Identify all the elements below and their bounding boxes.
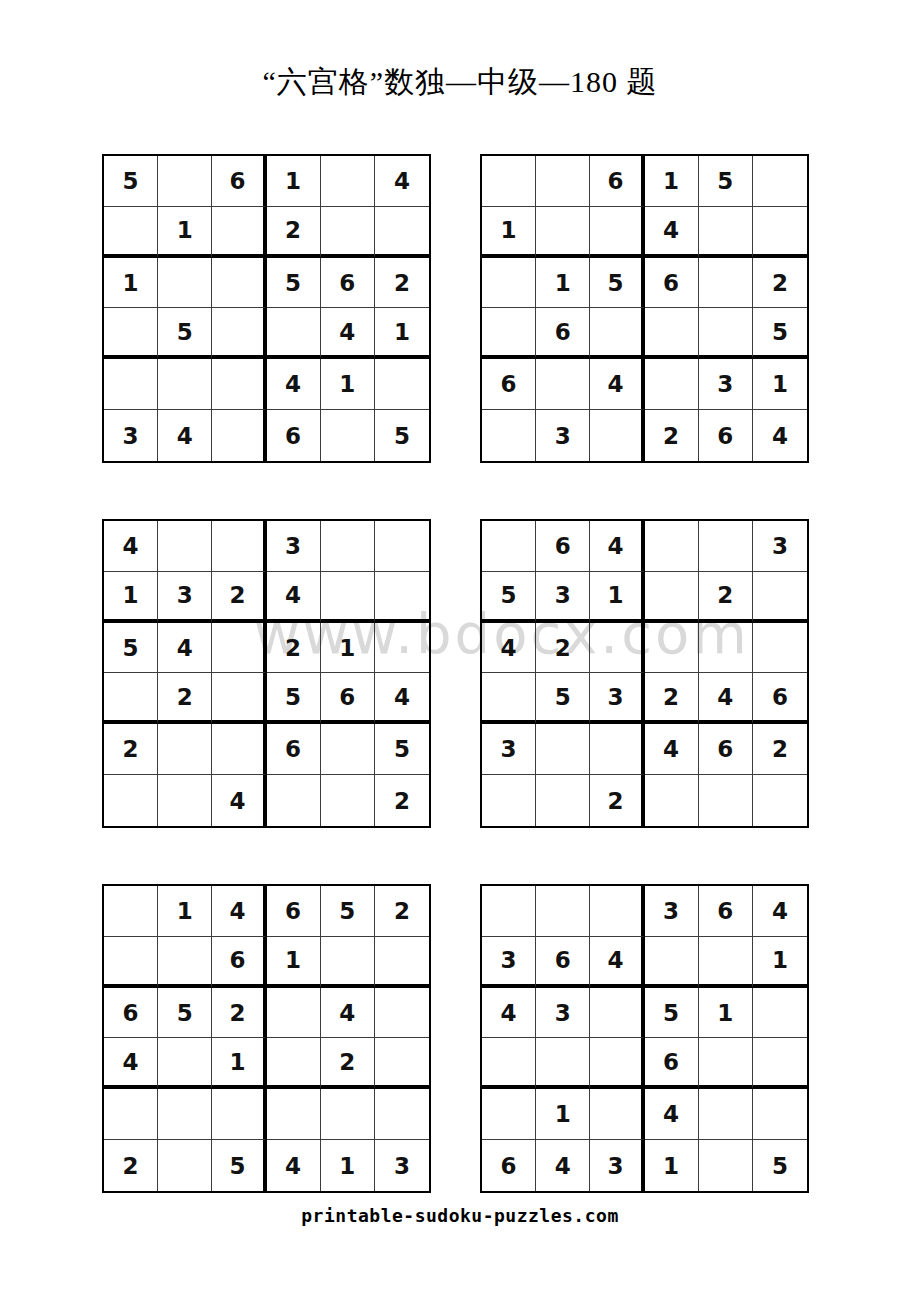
puzzle-2-cell-r5c1: 6 <box>482 359 536 410</box>
puzzle-1-cell-r5c6 <box>375 359 429 410</box>
puzzle-6-cell-r3c5: 1 <box>699 988 753 1039</box>
sudoku-grid-4: 6435312425324634622 <box>480 519 809 828</box>
puzzle-2-cell-r5c4 <box>645 359 699 410</box>
puzzle-1-cell-r6c6: 5 <box>375 410 429 461</box>
puzzle-5-cell-r6c6: 3 <box>375 1140 429 1191</box>
puzzle-2-cell-r2c1: 1 <box>482 207 536 258</box>
puzzle-3-cell-r2c3: 2 <box>212 572 266 623</box>
puzzle-6-cell-r3c3 <box>590 988 644 1039</box>
puzzle-3-cell-r3c5: 1 <box>321 623 375 674</box>
puzzle-6-cell-r6c1: 6 <box>482 1140 536 1191</box>
puzzle-3-cell-r6c2 <box>158 775 212 826</box>
puzzle-1-cell-r4c6: 1 <box>375 308 429 359</box>
puzzle-3-cell-r2c4: 4 <box>267 572 321 623</box>
puzzle-4-cell-r3c4 <box>645 623 699 674</box>
puzzle-5-cell-r5c1 <box>104 1089 158 1140</box>
puzzle-1-cell-r1c5 <box>321 156 375 207</box>
sudoku-grid-6: 3643641435161464315 <box>480 884 809 1193</box>
puzzle-2-cell-r5c6: 1 <box>753 359 807 410</box>
puzzle-1-cell-r2c1 <box>104 207 158 258</box>
puzzle-5-cell-r2c2 <box>158 937 212 988</box>
puzzle-1-cell-r2c2: 1 <box>158 207 212 258</box>
puzzle-4-cell-r6c4 <box>645 775 699 826</box>
puzzle-4-cell-r6c6 <box>753 775 807 826</box>
puzzle-2-cell-r6c3 <box>590 410 644 461</box>
puzzle-3-cell-r4c2: 2 <box>158 673 212 724</box>
puzzle-5-cell-r1c6: 2 <box>375 886 429 937</box>
puzzle-4-cell-r6c2 <box>536 775 590 826</box>
puzzle-1-cell-r5c2 <box>158 359 212 410</box>
puzzle-4-cell-r2c4 <box>645 572 699 623</box>
puzzle-6-cell-r2c2: 6 <box>536 937 590 988</box>
puzzle-5-cell-r6c5: 1 <box>321 1140 375 1191</box>
puzzle-5-cell-r2c1 <box>104 937 158 988</box>
puzzle-5-cell-r5c2 <box>158 1089 212 1140</box>
puzzle-3-cell-r4c1 <box>104 673 158 724</box>
puzzle-1-cell-r3c5: 6 <box>321 258 375 309</box>
puzzle-3-cell-r3c6 <box>375 623 429 674</box>
puzzle-5-cell-r4c2 <box>158 1038 212 1089</box>
puzzle-1-cell-r1c3: 6 <box>212 156 266 207</box>
puzzle-1-cell-r5c1 <box>104 359 158 410</box>
puzzle-4-cell-r4c1 <box>482 673 536 724</box>
puzzle-1-cell-r1c4: 1 <box>267 156 321 207</box>
puzzle-5-cell-r6c3: 5 <box>212 1140 266 1191</box>
puzzle-1-cell-r3c6: 2 <box>375 258 429 309</box>
puzzle-1-cell-r4c1 <box>104 308 158 359</box>
puzzle-1-cell-r2c6 <box>375 207 429 258</box>
puzzle-6-cell-r1c6: 4 <box>753 886 807 937</box>
puzzle-3-cell-r6c3: 4 <box>212 775 266 826</box>
puzzle-4-cell-r2c2: 3 <box>536 572 590 623</box>
puzzle-5-cell-r4c4 <box>267 1038 321 1089</box>
puzzle-6-cell-r1c1 <box>482 886 536 937</box>
puzzle-2-cell-r6c4: 2 <box>645 410 699 461</box>
puzzle-1-cell-r6c1: 3 <box>104 410 158 461</box>
puzzle-5-cell-r3c2: 5 <box>158 988 212 1039</box>
puzzle-1-cell-r5c5: 1 <box>321 359 375 410</box>
footer-site-url: printable-sudoku-puzzles.com <box>0 1205 920 1226</box>
puzzle-4-cell-r5c4: 4 <box>645 724 699 775</box>
puzzle-6-cell-r2c3: 4 <box>590 937 644 988</box>
puzzle-1-cell-r2c3 <box>212 207 266 258</box>
puzzle-6-cell-r5c4: 4 <box>645 1089 699 1140</box>
puzzle-6-cell-r4c1 <box>482 1038 536 1089</box>
puzzle-1-cell-r3c2 <box>158 258 212 309</box>
puzzle-4-cell-r5c2 <box>536 724 590 775</box>
puzzle-3-cell-r4c5: 6 <box>321 673 375 724</box>
puzzle-4-cell-r3c5 <box>699 623 753 674</box>
puzzle-6-cell-r6c4: 1 <box>645 1140 699 1191</box>
puzzle-5-cell-r4c6 <box>375 1038 429 1089</box>
puzzle-2-cell-r5c2 <box>536 359 590 410</box>
puzzle-4-cell-r1c5 <box>699 521 753 572</box>
puzzle-5-cell-r1c3: 4 <box>212 886 266 937</box>
puzzle-3-cell-r4c4: 5 <box>267 673 321 724</box>
puzzle-4-cell-r2c1: 5 <box>482 572 536 623</box>
puzzle-4-cell-r3c2: 2 <box>536 623 590 674</box>
puzzle-6-cell-r6c6: 5 <box>753 1140 807 1191</box>
puzzle-6-cell-r3c1: 4 <box>482 988 536 1039</box>
puzzle-5-cell-r1c4: 6 <box>267 886 321 937</box>
puzzle-4-cell-r1c1 <box>482 521 536 572</box>
puzzle-6-cell-r4c3 <box>590 1038 644 1089</box>
puzzle-2-cell-r6c6: 4 <box>753 410 807 461</box>
puzzle-2-cell-r2c2 <box>536 207 590 258</box>
page-title: “六宫格”数独—中级—180 题 <box>0 62 920 103</box>
puzzle-5-cell-r3c4 <box>267 988 321 1039</box>
puzzle-5-cell-r5c3 <box>212 1089 266 1140</box>
puzzle-1-cell-r1c6: 4 <box>375 156 429 207</box>
puzzle-2-cell-r3c2: 1 <box>536 258 590 309</box>
sudoku-grid-5: 1465261652441225413 <box>102 884 431 1193</box>
puzzle-3-cell-r6c4 <box>267 775 321 826</box>
puzzle-4-cell-r4c2: 5 <box>536 673 590 724</box>
puzzle-4-cell-r5c1: 3 <box>482 724 536 775</box>
puzzle-2-cell-r5c5: 3 <box>699 359 753 410</box>
sudoku-grid-1: 5614121562541413465 <box>102 154 431 463</box>
puzzle-2-cell-r6c1 <box>482 410 536 461</box>
puzzle-6-cell-r5c2: 1 <box>536 1089 590 1140</box>
puzzle-3-cell-r2c6 <box>375 572 429 623</box>
puzzle-3-cell-r6c5 <box>321 775 375 826</box>
puzzle-2-cell-r3c6: 2 <box>753 258 807 309</box>
puzzle-2-cell-r4c6: 5 <box>753 308 807 359</box>
puzzle-2-cell-r4c4 <box>645 308 699 359</box>
puzzle-2-cell-r2c3 <box>590 207 644 258</box>
puzzle-6-cell-r1c5: 6 <box>699 886 753 937</box>
puzzle-1-cell-r1c1: 5 <box>104 156 158 207</box>
puzzle-2-cell-r2c6 <box>753 207 807 258</box>
puzzle-2-cell-r1c1 <box>482 156 536 207</box>
puzzle-6-cell-r3c2: 3 <box>536 988 590 1039</box>
puzzle-2-cell-r2c4: 4 <box>645 207 699 258</box>
puzzle-3-cell-r2c5 <box>321 572 375 623</box>
puzzle-1-cell-r1c2 <box>158 156 212 207</box>
puzzle-5-cell-r5c5 <box>321 1089 375 1140</box>
puzzle-4-cell-r5c6: 2 <box>753 724 807 775</box>
puzzle-5-cell-r3c6 <box>375 988 429 1039</box>
puzzle-5-cell-r3c5: 4 <box>321 988 375 1039</box>
puzzle-3-cell-r4c6: 4 <box>375 673 429 724</box>
puzzle-3-cell-r5c5 <box>321 724 375 775</box>
puzzle-2-cell-r1c4: 1 <box>645 156 699 207</box>
puzzle-2-cell-r6c5: 6 <box>699 410 753 461</box>
puzzle-5-cell-r6c2 <box>158 1140 212 1191</box>
puzzle-4-cell-r4c6: 6 <box>753 673 807 724</box>
puzzle-2-cell-r3c3: 5 <box>590 258 644 309</box>
puzzle-2-cell-r4c1 <box>482 308 536 359</box>
puzzle-6-cell-r3c6 <box>753 988 807 1039</box>
puzzle-6-cell-r5c5 <box>699 1089 753 1140</box>
puzzle-2-cell-r3c1 <box>482 258 536 309</box>
puzzle-3-cell-r1c3 <box>212 521 266 572</box>
puzzle-1-cell-r3c4: 5 <box>267 258 321 309</box>
puzzle-1-cell-r4c2: 5 <box>158 308 212 359</box>
puzzle-1-cell-r2c4: 2 <box>267 207 321 258</box>
puzzle-5-cell-r2c5 <box>321 937 375 988</box>
puzzle-2-cell-r5c3: 4 <box>590 359 644 410</box>
puzzle-2-cell-r1c6 <box>753 156 807 207</box>
sudoku-grid-3: 4313245421256426542 <box>102 519 431 828</box>
puzzle-3-cell-r3c3 <box>212 623 266 674</box>
puzzle-4-cell-r5c3 <box>590 724 644 775</box>
puzzle-5-cell-r1c2: 1 <box>158 886 212 937</box>
puzzle-6-cell-r5c3 <box>590 1089 644 1140</box>
puzzle-6-cell-r1c2 <box>536 886 590 937</box>
puzzle-3-cell-r5c1: 2 <box>104 724 158 775</box>
puzzle-1-cell-r6c2: 4 <box>158 410 212 461</box>
puzzle-3-cell-r3c4: 2 <box>267 623 321 674</box>
puzzle-2-cell-r1c5: 5 <box>699 156 753 207</box>
puzzle-6-cell-r2c6: 1 <box>753 937 807 988</box>
puzzle-2-cell-r1c3: 6 <box>590 156 644 207</box>
puzzle-1-cell-r5c3 <box>212 359 266 410</box>
puzzle-1-cell-r2c5 <box>321 207 375 258</box>
puzzle-3-cell-r6c6: 2 <box>375 775 429 826</box>
puzzle-5-cell-r5c4 <box>267 1089 321 1140</box>
puzzle-4-cell-r1c4 <box>645 521 699 572</box>
puzzle-5-cell-r2c3: 6 <box>212 937 266 988</box>
puzzle-6-cell-r1c3 <box>590 886 644 937</box>
puzzle-6-cell-r2c5 <box>699 937 753 988</box>
puzzle-6-cell-r4c2 <box>536 1038 590 1089</box>
puzzle-4-cell-r6c1 <box>482 775 536 826</box>
puzzle-6-cell-r4c5 <box>699 1038 753 1089</box>
puzzle-3-cell-r5c4: 6 <box>267 724 321 775</box>
puzzle-1-cell-r6c3 <box>212 410 266 461</box>
puzzle-6-cell-r5c1 <box>482 1089 536 1140</box>
puzzle-4-cell-r4c4: 2 <box>645 673 699 724</box>
puzzle-4-cell-r2c5: 2 <box>699 572 753 623</box>
puzzle-1-cell-r6c5 <box>321 410 375 461</box>
puzzle-4-cell-r6c3: 2 <box>590 775 644 826</box>
puzzle-2-cell-r4c3 <box>590 308 644 359</box>
puzzle-6-cell-r2c1: 3 <box>482 937 536 988</box>
puzzle-1-cell-r4c5: 4 <box>321 308 375 359</box>
puzzle-3-cell-r5c3 <box>212 724 266 775</box>
puzzle-3-cell-r5c6: 5 <box>375 724 429 775</box>
puzzle-5-cell-r6c4: 4 <box>267 1140 321 1191</box>
puzzle-1-cell-r3c3 <box>212 258 266 309</box>
puzzle-2-cell-r1c2 <box>536 156 590 207</box>
puzzle-5-cell-r5c6 <box>375 1089 429 1140</box>
puzzle-4-cell-r2c6 <box>753 572 807 623</box>
puzzle-5-cell-r4c5: 2 <box>321 1038 375 1089</box>
puzzle-4-cell-r4c3: 3 <box>590 673 644 724</box>
puzzle-6-cell-r5c6 <box>753 1089 807 1140</box>
puzzle-1-cell-r5c4: 4 <box>267 359 321 410</box>
puzzle-5-cell-r1c1 <box>104 886 158 937</box>
puzzle-4-cell-r1c6: 3 <box>753 521 807 572</box>
puzzle-3-cell-r2c2: 3 <box>158 572 212 623</box>
puzzle-2-cell-r3c5 <box>699 258 753 309</box>
puzzle-6-cell-r1c4: 3 <box>645 886 699 937</box>
puzzle-2-cell-r2c5 <box>699 207 753 258</box>
puzzle-6-cell-r2c4 <box>645 937 699 988</box>
puzzle-2-cell-r4c5 <box>699 308 753 359</box>
puzzle-4-cell-r3c3 <box>590 623 644 674</box>
puzzle-6-cell-r3c4: 5 <box>645 988 699 1039</box>
puzzle-3-cell-r1c5 <box>321 521 375 572</box>
puzzle-3-cell-r1c4: 3 <box>267 521 321 572</box>
puzzle-5-cell-r1c5: 5 <box>321 886 375 937</box>
puzzle-1-cell-r6c4: 6 <box>267 410 321 461</box>
puzzle-2-cell-r6c2: 3 <box>536 410 590 461</box>
puzzle-4-cell-r4c5: 4 <box>699 673 753 724</box>
puzzle-5-cell-r2c6 <box>375 937 429 988</box>
puzzle-2-cell-r4c2: 6 <box>536 308 590 359</box>
puzzle-4-cell-r5c5: 6 <box>699 724 753 775</box>
puzzle-3-cell-r1c6 <box>375 521 429 572</box>
puzzle-6-cell-r6c2: 4 <box>536 1140 590 1191</box>
puzzle-3-cell-r2c1: 1 <box>104 572 158 623</box>
puzzle-3-cell-r4c3 <box>212 673 266 724</box>
puzzle-3-cell-r1c2 <box>158 521 212 572</box>
puzzle-3-cell-r3c2: 4 <box>158 623 212 674</box>
puzzle-3-cell-r5c2 <box>158 724 212 775</box>
puzzle-6-cell-r6c3: 3 <box>590 1140 644 1191</box>
puzzle-3-cell-r6c1 <box>104 775 158 826</box>
puzzle-2-cell-r3c4: 6 <box>645 258 699 309</box>
puzzle-6-cell-r4c4: 6 <box>645 1038 699 1089</box>
puzzle-5-cell-r4c1: 4 <box>104 1038 158 1089</box>
puzzle-3-cell-r1c1: 4 <box>104 521 158 572</box>
puzzle-4-cell-r6c5 <box>699 775 753 826</box>
puzzle-1-cell-r3c1: 1 <box>104 258 158 309</box>
puzzle-4-cell-r1c2: 6 <box>536 521 590 572</box>
puzzle-4-cell-r1c3: 4 <box>590 521 644 572</box>
puzzle-4-cell-r2c3: 1 <box>590 572 644 623</box>
puzzle-5-cell-r4c3: 1 <box>212 1038 266 1089</box>
puzzle-1-cell-r4c3 <box>212 308 266 359</box>
puzzle-5-cell-r2c4: 1 <box>267 937 321 988</box>
puzzle-4-cell-r3c1: 4 <box>482 623 536 674</box>
puzzle-6-cell-r4c6 <box>753 1038 807 1089</box>
puzzle-5-cell-r3c3: 2 <box>212 988 266 1039</box>
sudoku-grid-2: 6151415626564313264 <box>480 154 809 463</box>
puzzle-5-cell-r6c1: 2 <box>104 1140 158 1191</box>
puzzle-3-cell-r3c1: 5 <box>104 623 158 674</box>
puzzle-4-cell-r3c6 <box>753 623 807 674</box>
puzzle-6-cell-r6c5 <box>699 1140 753 1191</box>
puzzle-1-cell-r4c4 <box>267 308 321 359</box>
puzzle-5-cell-r3c1: 6 <box>104 988 158 1039</box>
